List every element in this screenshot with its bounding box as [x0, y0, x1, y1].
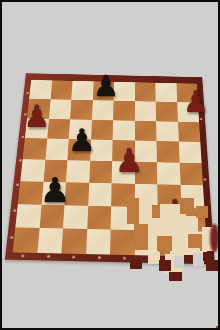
square-h6	[178, 121, 201, 142]
square-c6	[69, 119, 92, 140]
square-e5	[112, 140, 134, 162]
square-a4	[20, 159, 45, 181]
square-c2	[63, 205, 88, 229]
square-c1	[61, 229, 86, 254]
square-b7	[49, 99, 72, 119]
square-b2	[39, 204, 64, 228]
square-a7	[27, 99, 50, 119]
square-b8	[50, 80, 72, 99]
screw-dot	[72, 256, 75, 259]
red-smudge-artifact	[210, 224, 219, 252]
corner-artifact-speck	[216, 326, 220, 330]
square-a2	[15, 204, 41, 228]
square-g4	[157, 162, 180, 184]
square-c3	[64, 182, 88, 205]
screw-dot	[123, 257, 126, 260]
square-c7	[70, 100, 92, 120]
square-b6	[47, 119, 70, 140]
screw-dot	[16, 184, 19, 186]
square-g8	[155, 83, 176, 102]
render-artifact-patch	[174, 256, 184, 268]
square-h5	[178, 142, 201, 164]
square-e4	[112, 161, 135, 183]
square-d7	[92, 100, 114, 120]
square-d2	[87, 205, 111, 229]
square-e6	[113, 120, 135, 141]
square-a5	[23, 138, 47, 160]
square-d3	[88, 183, 112, 206]
square-h7	[177, 102, 199, 122]
square-c4	[66, 160, 90, 182]
square-b3	[41, 182, 66, 205]
render-artifact-patch	[157, 236, 172, 251]
square-f7	[135, 101, 157, 121]
square-d8	[92, 81, 114, 100]
screw-dot	[21, 136, 24, 138]
square-h4	[179, 163, 203, 185]
screw-dot	[23, 113, 26, 115]
render-artifact-patch	[180, 216, 198, 234]
square-a3	[18, 181, 43, 204]
square-f8	[135, 82, 156, 101]
square-c5	[67, 139, 90, 161]
render-artifact-patch	[146, 218, 172, 238]
screw-dot	[200, 118, 203, 120]
screw-dot	[47, 255, 50, 258]
square-h8	[176, 83, 198, 102]
chess-render-image[interactable]: ♟♟♟♟♟♟♟	[0, 0, 220, 330]
square-f4	[134, 162, 157, 184]
board-scene	[0, 0, 220, 330]
square-e8	[114, 82, 135, 101]
render-artifact-patch	[206, 260, 219, 271]
square-d1	[86, 229, 111, 254]
square-d6	[91, 119, 113, 140]
square-g5	[156, 141, 179, 163]
render-artifact-patch	[169, 272, 182, 281]
square-f6	[135, 120, 157, 141]
render-artifact-patch	[196, 206, 208, 218]
square-g7	[156, 101, 178, 121]
square-d5	[90, 140, 113, 162]
square-f5	[135, 141, 157, 163]
render-artifact-patch	[184, 255, 193, 263]
square-a6	[25, 118, 49, 139]
render-artifact-patch	[159, 260, 171, 271]
render-artifact-patch	[134, 224, 148, 250]
screw-dot	[203, 178, 206, 180]
screw-dot	[21, 254, 24, 257]
square-e1	[110, 230, 134, 255]
square-b1	[37, 228, 63, 253]
square-b5	[45, 139, 69, 161]
square-a8	[29, 80, 52, 99]
screw-dot	[10, 236, 13, 239]
square-d4	[89, 161, 112, 183]
square-a1	[13, 228, 39, 253]
square-e7	[113, 101, 135, 121]
screw-dot	[26, 92, 29, 94]
square-b4	[43, 160, 67, 182]
square-c8	[71, 81, 93, 100]
screw-dot	[97, 256, 100, 259]
screw-dot	[18, 159, 21, 161]
render-artifact-patch	[130, 260, 142, 269]
square-g6	[156, 121, 178, 142]
screw-dot	[13, 209, 16, 212]
